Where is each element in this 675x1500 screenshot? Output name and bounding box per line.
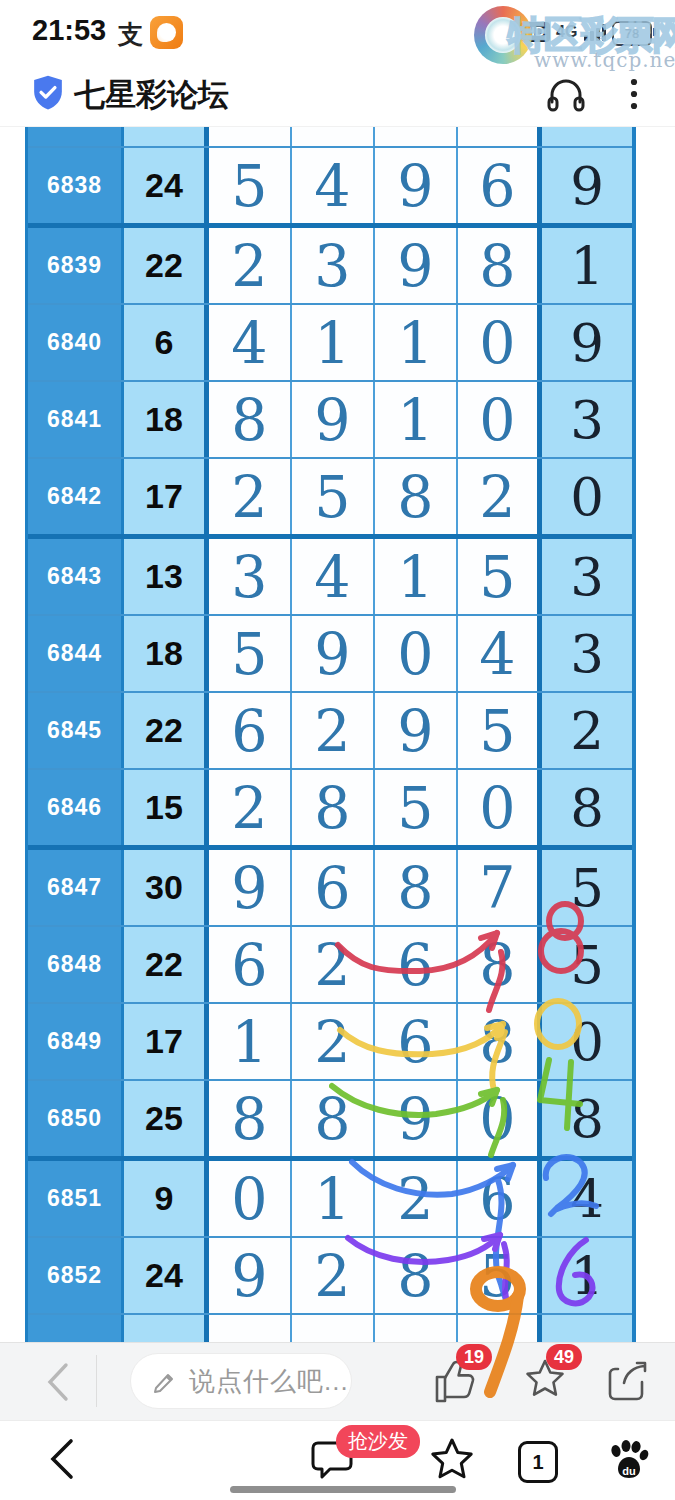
app-header: 七星彩论坛 [0, 60, 675, 127]
table-row-6842: 68421725820 [28, 459, 632, 539]
sum-value: 22 [124, 693, 209, 768]
sum-value: 18 [124, 616, 209, 691]
headphones-button[interactable] [544, 72, 588, 116]
table-row-6841: 68411889103 [28, 382, 632, 459]
kebab-menu-button[interactable] [612, 72, 656, 116]
draw-digit-4: 7 [458, 850, 542, 925]
sum-value: 24 [124, 148, 209, 223]
draw-digit-2: 8 [292, 770, 375, 845]
draw-digit-2 [292, 1315, 375, 1342]
tail-digit: 5 [542, 927, 632, 1002]
first-comment-badge: 抢沙发 [336, 1425, 420, 1458]
draw-digit-3: 9 [375, 693, 458, 768]
tail-digit: 3 [542, 539, 632, 614]
comment-input[interactable]: 说点什么吧... [130, 1353, 352, 1409]
draw-digit-1: 6 [209, 927, 292, 1002]
draw-digit-1: 8 [209, 1081, 292, 1156]
draw-digit-2: 9 [292, 382, 375, 457]
pencil-icon [151, 1367, 179, 1395]
sum-value [124, 1315, 209, 1342]
draw-digit-1: 9 [209, 850, 292, 925]
issue-number: 6852 [28, 1238, 124, 1313]
draw-digit-3: 9 [375, 1081, 458, 1156]
draw-digit-4: 8 [458, 927, 542, 1002]
draw-digit-4: 5 [458, 1238, 542, 1313]
issue-number: 6853 [28, 1315, 124, 1342]
table-row-6846: 68461528508 [28, 770, 632, 850]
tail-digit: 8 [542, 1081, 632, 1156]
alipay-icon: 支 [118, 18, 143, 51]
draw-digit-2: 4 [292, 148, 375, 223]
table-row-6847: 68473096875 [28, 850, 632, 927]
draw-digit-4 [458, 1315, 542, 1342]
tail-digit [542, 1315, 632, 1342]
draw-digit-4: 5 [458, 693, 542, 768]
status-bar: 21:53 支 HD 4G 78 [0, 0, 675, 60]
draw-digit-4: 0 [458, 770, 542, 845]
draw-digit-3: 1 [375, 305, 458, 380]
draw-digit-1: 3 [209, 539, 292, 614]
svg-text:du: du [622, 1465, 635, 1477]
sum-value: 25 [124, 1081, 209, 1156]
draw-digit-3 [375, 1315, 458, 1342]
draw-digit-4: 6 [458, 148, 542, 223]
draw-digit-3: 8 [375, 459, 458, 534]
draw-digit-2: 4 [292, 539, 375, 614]
issue-number: 6848 [28, 927, 124, 1002]
sum-value: 15 [124, 770, 209, 845]
draw-digit-4: 8 [458, 228, 542, 303]
tail-digit: 1 [542, 228, 632, 303]
share-button[interactable] [604, 1355, 650, 1407]
draw-digit-1: 6 [209, 693, 292, 768]
sum-value: 17 [124, 459, 209, 534]
draw-digit-3 [375, 127, 458, 146]
draw-digit-3: 1 [375, 382, 458, 457]
draw-digit-2: 2 [292, 1238, 375, 1313]
draw-digit-1: 2 [209, 770, 292, 845]
tab-count: 1 [532, 1451, 543, 1474]
battery-icon: 78 [612, 21, 652, 46]
draw-digit-3: 8 [375, 850, 458, 925]
draw-digit-1: 8 [209, 382, 292, 457]
issue-number: 6844 [28, 616, 124, 691]
sum-value: 30 [124, 850, 209, 925]
table-row-6845: 68452262952 [28, 693, 632, 770]
nav-star-button[interactable] [428, 1435, 476, 1483]
draw-digit-2: 2 [292, 1004, 375, 1079]
clock: 21:53 [32, 14, 106, 47]
draw-digit-1 [209, 1315, 292, 1342]
draw-digit-3: 2 [375, 1161, 458, 1236]
verified-shield-icon [31, 75, 65, 111]
issue-number: 6847 [28, 850, 124, 925]
draw-digit-4: 0 [458, 1081, 542, 1156]
draw-digit-2: 8 [292, 1081, 375, 1156]
sum-value: 6 [124, 305, 209, 380]
table-row-6853: 6853 [28, 1315, 632, 1342]
draw-digit-2 [292, 127, 375, 146]
table-row [28, 127, 632, 148]
draw-digit-4: 6 [458, 1161, 542, 1236]
tail-digit: 3 [542, 382, 632, 457]
network-type: 4G [556, 23, 577, 41]
sum-value: 13 [124, 539, 209, 614]
divider [96, 1355, 97, 1407]
issue-number: 6841 [28, 382, 124, 457]
issue-number [28, 127, 124, 146]
draw-digit-2: 5 [292, 459, 375, 534]
uc-browser-icon [150, 16, 183, 49]
table-row-6850: 68502588908 [28, 1081, 632, 1161]
tail-digit: 0 [542, 459, 632, 534]
draw-digit-4: 2 [458, 459, 542, 534]
table-row-6843: 68431334153 [28, 539, 632, 616]
table-row-6844: 68441859043 [28, 616, 632, 693]
draw-digit-2: 1 [292, 305, 375, 380]
tail-digit: 4 [542, 1161, 632, 1236]
table-row-6851: 6851901264 [28, 1161, 632, 1238]
draw-digit-1: 0 [209, 1161, 292, 1236]
draw-digit-3: 8 [375, 1238, 458, 1313]
page-title: 七星彩论坛 [74, 74, 229, 116]
table-row-6838: 68382454969 [28, 148, 632, 228]
comment-bar: 说点什么吧... 19 49 [0, 1342, 675, 1421]
draw-digit-4: 4 [458, 616, 542, 691]
draw-digit-1: 5 [209, 616, 292, 691]
draw-digit-1: 5 [209, 148, 292, 223]
draw-digit-3: 6 [375, 1004, 458, 1079]
issue-number: 6850 [28, 1081, 124, 1156]
sum-value: 22 [124, 927, 209, 1002]
draw-digit-2: 3 [292, 228, 375, 303]
issue-number: 6842 [28, 459, 124, 534]
issue-number: 6845 [28, 693, 124, 768]
tail-digit: 0 [542, 1004, 632, 1079]
baidu-button[interactable]: du [604, 1435, 652, 1483]
tail-digit [542, 127, 632, 146]
issue-number: 6843 [28, 539, 124, 614]
sum-value: 18 [124, 382, 209, 457]
table-row-6848: 68482262685 [28, 927, 632, 1004]
tail-digit: 1 [542, 1238, 632, 1313]
tail-digit: 9 [542, 305, 632, 380]
issue-number: 6851 [28, 1161, 124, 1236]
issue-number: 6840 [28, 305, 124, 380]
issue-number: 6838 [28, 148, 124, 223]
table-row-6839: 68392223981 [28, 228, 632, 305]
issue-number: 6846 [28, 770, 124, 845]
like-count-badge: 19 [456, 1344, 492, 1370]
sum-value: 9 [124, 1161, 209, 1236]
draw-digit-1 [209, 127, 292, 146]
draw-digit-2: 2 [292, 927, 375, 1002]
draw-digit-3: 0 [375, 616, 458, 691]
hd-badge-icon: HD [520, 22, 550, 42]
draw-digit-3: 9 [375, 148, 458, 223]
sum-value: 24 [124, 1238, 209, 1313]
draw-digit-3: 9 [375, 228, 458, 303]
draw-digit-4: 5 [458, 539, 542, 614]
draw-digit-3: 6 [375, 927, 458, 1002]
tail-digit: 2 [542, 693, 632, 768]
tabs-button[interactable]: 1 [518, 1441, 558, 1483]
sum-value: 17 [124, 1004, 209, 1079]
draw-digit-1: 2 [209, 459, 292, 534]
draw-digit-2: 2 [292, 693, 375, 768]
sum-value [124, 127, 209, 146]
draw-digit-4: 0 [458, 305, 542, 380]
issue-number: 6849 [28, 1004, 124, 1079]
favorite-count-badge: 49 [546, 1344, 582, 1370]
issue-number: 6839 [28, 228, 124, 303]
draw-digit-1: 4 [209, 305, 292, 380]
draw-digit-4: 8 [458, 1004, 542, 1079]
draw-digit-3: 1 [375, 539, 458, 614]
draw-digit-4 [458, 127, 542, 146]
home-indicator [230, 1486, 456, 1493]
tail-digit: 9 [542, 148, 632, 223]
draw-digit-2: 1 [292, 1161, 375, 1236]
sum-value: 22 [124, 228, 209, 303]
tail-digit: 5 [542, 850, 632, 925]
tail-digit: 8 [542, 770, 632, 845]
draw-digit-2: 6 [292, 850, 375, 925]
draw-digit-1: 1 [209, 1004, 292, 1079]
back-chevron-button[interactable] [40, 1357, 76, 1407]
nav-back-button[interactable] [40, 1435, 88, 1483]
lottery-trend-table: 6838245496968392223981684064110968411889… [25, 127, 636, 1342]
draw-digit-4: 0 [458, 382, 542, 457]
draw-digit-3: 5 [375, 770, 458, 845]
tail-digit: 3 [542, 616, 632, 691]
draw-digit-2: 9 [292, 616, 375, 691]
draw-digit-1: 2 [209, 228, 292, 303]
table-row-6852: 68522492851 [28, 1238, 632, 1315]
signal-icon [584, 24, 606, 41]
draw-digit-1: 9 [209, 1238, 292, 1313]
table-row-6840: 6840641109 [28, 305, 632, 382]
comment-placeholder: 说点什么吧... [189, 1364, 349, 1399]
table-row-6849: 68491712680 [28, 1004, 632, 1081]
